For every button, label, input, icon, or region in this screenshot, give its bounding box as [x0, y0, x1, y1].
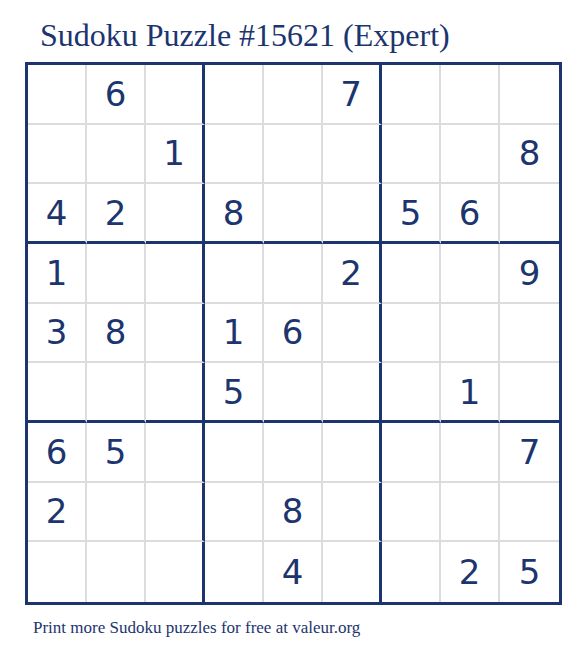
given-digit: 5	[223, 375, 245, 409]
cell-r6c2[interactable]	[87, 363, 146, 423]
cell-r2c3[interactable]: 1	[146, 125, 205, 185]
given-digit: 8	[105, 315, 127, 349]
cell-r3c7[interactable]: 5	[382, 184, 441, 244]
cell-r8c3[interactable]	[146, 483, 205, 543]
cell-r7c9[interactable]: 7	[500, 423, 559, 483]
given-digit: 9	[519, 256, 541, 290]
cell-r6c1[interactable]	[28, 363, 87, 423]
given-digit: 8	[223, 196, 245, 230]
cell-r4c8[interactable]	[441, 244, 500, 304]
cell-r4c6[interactable]: 2	[323, 244, 382, 304]
cell-r5c9[interactable]	[500, 304, 559, 364]
cell-r8c9[interactable]	[500, 483, 559, 543]
cell-r4c9[interactable]: 9	[500, 244, 559, 304]
cell-r4c1[interactable]: 1	[28, 244, 87, 304]
cell-r4c7[interactable]	[382, 244, 441, 304]
given-digit: 1	[46, 256, 68, 290]
given-digit: 3	[46, 315, 68, 349]
page-title: Sudoku Puzzle #15621 (Expert)	[40, 19, 450, 51]
cell-r5c4[interactable]: 1	[205, 304, 264, 364]
cell-r8c4[interactable]	[205, 483, 264, 543]
given-digit: 4	[282, 555, 304, 589]
cell-r2c8[interactable]	[441, 125, 500, 185]
cell-r8c2[interactable]	[87, 483, 146, 543]
given-digit: 2	[46, 494, 68, 528]
cell-r6c8[interactable]: 1	[441, 363, 500, 423]
cell-r3c5[interactable]	[264, 184, 323, 244]
cell-r3c3[interactable]	[146, 184, 205, 244]
given-digit: 2	[105, 196, 127, 230]
cell-r1c4[interactable]	[205, 65, 264, 125]
given-digit: 6	[46, 435, 68, 469]
cell-r4c5[interactable]	[264, 244, 323, 304]
given-digit: 8	[282, 494, 304, 528]
given-digit: 4	[46, 196, 68, 230]
cell-r5c8[interactable]	[441, 304, 500, 364]
cell-r9c4[interactable]	[205, 542, 264, 602]
cell-r8c8[interactable]	[441, 483, 500, 543]
cell-r6c4[interactable]: 5	[205, 363, 264, 423]
cell-r1c1[interactable]	[28, 65, 87, 125]
cell-r8c7[interactable]	[382, 483, 441, 543]
cell-r5c5[interactable]: 6	[264, 304, 323, 364]
sudoku-board: 67184285612938165165728425	[25, 62, 562, 605]
cell-r9c2[interactable]	[87, 542, 146, 602]
given-digit: 7	[519, 435, 541, 469]
cell-r2c1[interactable]	[28, 125, 87, 185]
cell-r6c6[interactable]	[323, 363, 382, 423]
given-digit: 6	[105, 77, 127, 111]
given-digit: 1	[459, 375, 481, 409]
cell-r5c1[interactable]: 3	[28, 304, 87, 364]
cell-r5c3[interactable]	[146, 304, 205, 364]
cell-r9c8[interactable]: 2	[441, 542, 500, 602]
cell-r2c9[interactable]: 8	[500, 125, 559, 185]
cell-r6c5[interactable]	[264, 363, 323, 423]
cell-r3c4[interactable]: 8	[205, 184, 264, 244]
cell-r3c6[interactable]	[323, 184, 382, 244]
cell-r3c1[interactable]: 4	[28, 184, 87, 244]
cell-r2c2[interactable]	[87, 125, 146, 185]
given-digit: 5	[105, 435, 127, 469]
cell-r1c9[interactable]	[500, 65, 559, 125]
cell-r7c6[interactable]	[323, 423, 382, 483]
cell-r1c3[interactable]	[146, 65, 205, 125]
cell-r9c9[interactable]: 5	[500, 542, 559, 602]
cell-r7c4[interactable]	[205, 423, 264, 483]
cell-r5c6[interactable]	[323, 304, 382, 364]
cell-r1c8[interactable]	[441, 65, 500, 125]
cell-r6c3[interactable]	[146, 363, 205, 423]
given-digit: 7	[340, 77, 362, 111]
cell-r8c1[interactable]: 2	[28, 483, 87, 543]
given-digit: 8	[519, 136, 541, 170]
cell-r2c4[interactable]	[205, 125, 264, 185]
cell-r3c2[interactable]: 2	[87, 184, 146, 244]
given-digit: 2	[459, 555, 481, 589]
cell-r9c5[interactable]: 4	[264, 542, 323, 602]
cell-r9c7[interactable]	[382, 542, 441, 602]
cell-r1c2[interactable]: 6	[87, 65, 146, 125]
footer-text: Print more Sudoku puzzles for free at va…	[33, 619, 360, 636]
given-digit: 2	[340, 256, 362, 290]
cell-r7c7[interactable]	[382, 423, 441, 483]
cell-r5c7[interactable]	[382, 304, 441, 364]
cell-r7c1[interactable]: 6	[28, 423, 87, 483]
cell-r5c2[interactable]: 8	[87, 304, 146, 364]
cell-r2c6[interactable]	[323, 125, 382, 185]
cell-r7c5[interactable]	[264, 423, 323, 483]
cell-r7c2[interactable]: 5	[87, 423, 146, 483]
cell-r9c1[interactable]	[28, 542, 87, 602]
cell-r7c8[interactable]	[441, 423, 500, 483]
cell-r9c3[interactable]	[146, 542, 205, 602]
cell-r4c2[interactable]	[87, 244, 146, 304]
given-digit: 1	[223, 315, 245, 349]
cell-r1c6[interactable]: 7	[323, 65, 382, 125]
cell-r2c7[interactable]	[382, 125, 441, 185]
cell-r4c4[interactable]	[205, 244, 264, 304]
cell-r3c8[interactable]: 6	[441, 184, 500, 244]
given-digit: 5	[400, 196, 422, 230]
cell-r8c5[interactable]: 8	[264, 483, 323, 543]
cell-r6c7[interactable]	[382, 363, 441, 423]
given-digit: 6	[459, 196, 481, 230]
cell-r7c3[interactable]	[146, 423, 205, 483]
cell-r9c6[interactable]	[323, 542, 382, 602]
given-digit: 5	[519, 555, 541, 589]
cell-r2c5[interactable]	[264, 125, 323, 185]
cell-r1c7[interactable]	[382, 65, 441, 125]
cell-r1c5[interactable]	[264, 65, 323, 125]
given-digit: 1	[163, 136, 185, 170]
cell-r4c3[interactable]	[146, 244, 205, 304]
cell-r8c6[interactable]	[323, 483, 382, 543]
cell-r6c9[interactable]	[500, 363, 559, 423]
given-digit: 6	[282, 315, 304, 349]
cell-r3c9[interactable]	[500, 184, 559, 244]
